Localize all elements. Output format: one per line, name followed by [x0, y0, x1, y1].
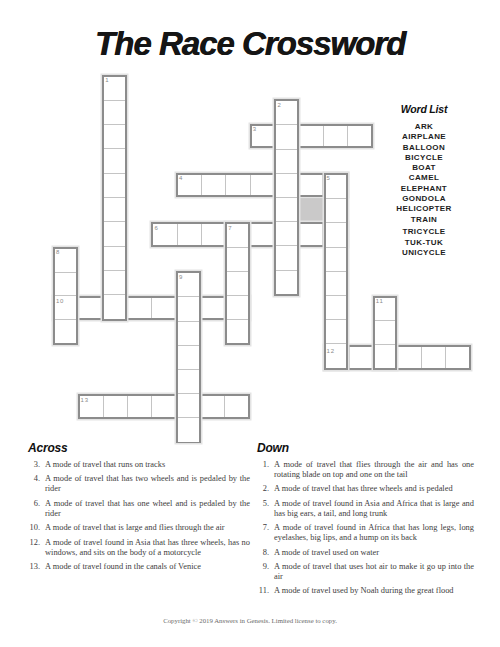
across-clue-list: 3.A mode of travel that runs on tracks4.… — [27, 460, 250, 572]
grid-cell[interactable] — [227, 248, 248, 272]
clue-text: A mode of travel that has two wheels and… — [45, 474, 250, 494]
grid-cell[interactable] — [299, 224, 323, 245]
grid-cell[interactable] — [350, 347, 374, 368]
cell-number-4: 4 — [179, 175, 183, 181]
clue-number: 4. — [27, 474, 40, 494]
clue-number: 11. — [256, 586, 269, 596]
clue-text: A mode of travel found in the canals of … — [45, 562, 250, 572]
grid-cell[interactable] — [152, 396, 176, 417]
clue-item: 3.A mode of travel that runs on tracks — [27, 460, 250, 470]
clue-text: A mode of travel found in Asia that has … — [45, 538, 250, 558]
cell-number-1: 1 — [105, 77, 109, 83]
clue-number: 7. — [256, 523, 269, 543]
grid-cell[interactable] — [276, 150, 297, 174]
grid-cell[interactable] — [226, 175, 250, 196]
word-list-header: Word List — [374, 103, 474, 115]
cell-number-2: 2 — [277, 102, 281, 108]
grid-cell[interactable] — [178, 297, 199, 321]
clue-number: 10. — [27, 523, 40, 533]
grid-cell[interactable] — [299, 175, 323, 196]
grid-cell[interactable] — [375, 321, 396, 345]
down-header: Down — [257, 442, 474, 455]
grid-cell[interactable] — [250, 224, 274, 245]
grid-cell[interactable] — [55, 320, 76, 343]
clue-item: 8.A mode of travel used on water — [256, 548, 474, 558]
entry-9-down — [176, 271, 201, 443]
grid-cell[interactable] — [326, 223, 347, 247]
word-list-item: TRICYCLE — [374, 227, 474, 237]
grid-cell[interactable] — [227, 296, 248, 320]
grid-cell[interactable] — [104, 222, 125, 246]
grid-cell[interactable] — [324, 126, 348, 147]
grid-cell[interactable] — [79, 298, 103, 319]
word-list-item: CAMEL — [374, 173, 474, 183]
word-list-items: ARKAIRPLANEBALLOONBICYCLEBOATCAMELELEPHA… — [374, 122, 474, 258]
grid-cell[interactable] — [104, 125, 125, 149]
clue-item: 12.A mode of travel found in Asia that h… — [27, 538, 250, 558]
cell-number-11: 11 — [376, 298, 384, 304]
grid-cell[interactable] — [104, 198, 125, 222]
clue-text: A mode of travel that uses hot air to ma… — [274, 562, 474, 582]
grid-cell[interactable] — [104, 271, 125, 295]
cell-number-8: 8 — [56, 249, 60, 255]
clue-item: 7.A mode of travel found in Africa that … — [256, 523, 474, 543]
grid-cell[interactable] — [200, 396, 224, 417]
grid-cell[interactable] — [202, 224, 226, 245]
grid-cell[interactable] — [178, 418, 199, 441]
grid-cell[interactable] — [104, 174, 125, 198]
clue-text: A mode of travel that has one wheel and … — [45, 499, 250, 519]
cell-number-7: 7 — [228, 225, 232, 231]
clue-item: 10.A mode of travel that is large and fl… — [27, 523, 250, 533]
clue-number: 9. — [256, 562, 269, 582]
clue-item: 9.A mode of travel that uses hot air to … — [256, 562, 474, 582]
grid-cell[interactable] — [348, 126, 371, 147]
grid-cell[interactable] — [200, 298, 224, 319]
clue-item: 11.A mode of travel used by Noah during … — [256, 586, 474, 596]
grid-cell[interactable] — [152, 298, 176, 319]
word-list-item: BICYCLE — [374, 153, 474, 163]
grid-cell[interactable] — [227, 272, 248, 296]
cell-number-5: 5 — [327, 175, 331, 181]
entry-5-down — [324, 173, 349, 370]
grid-cell[interactable] — [104, 149, 125, 173]
grid-cell[interactable] — [178, 394, 199, 418]
grid-cell[interactable] — [104, 396, 128, 417]
cell-number-9: 9 — [179, 274, 183, 280]
entry-8-down — [53, 247, 78, 345]
grid-cell[interactable] — [202, 175, 226, 196]
cell-number-6: 6 — [154, 225, 158, 231]
grid-cell[interactable] — [178, 346, 199, 370]
clue-text: A mode of travel that flies through the … — [274, 460, 474, 480]
grid-cell[interactable] — [104, 101, 125, 125]
grid-cell[interactable] — [326, 248, 347, 272]
word-list-item: GONDOLA — [374, 194, 474, 204]
entry-11-down — [373, 296, 398, 370]
grid-cell[interactable] — [446, 347, 469, 368]
grid-cell[interactable] — [422, 347, 446, 368]
entry-7-down — [225, 222, 250, 345]
clue-number: 12. — [27, 538, 40, 558]
word-list-item: TUK-TUK — [374, 238, 474, 248]
grid-cell[interactable] — [326, 199, 347, 223]
clue-item: 1.A mode of travel that flies through th… — [256, 460, 474, 480]
grid-cell[interactable] — [225, 396, 248, 417]
grid-cell[interactable] — [326, 296, 347, 320]
entry-3-across — [250, 124, 373, 149]
copyright-footer: Copyright © 2019 Answers in Genesis. Lim… — [0, 617, 500, 625]
grid-cell[interactable] — [326, 272, 347, 296]
cell-number-13: 13 — [81, 397, 89, 403]
grid-cell[interactable] — [276, 222, 297, 246]
clue-text: A mode of travel that runs on tracks — [45, 460, 250, 470]
clue-number: 1. — [256, 460, 269, 480]
entry-13-across — [78, 394, 250, 419]
down-clue-list: 1.A mode of travel that flies through th… — [256, 460, 474, 596]
across-header: Across — [28, 442, 250, 455]
clue-number: 2. — [256, 484, 269, 494]
grid-cell[interactable] — [55, 273, 76, 297]
clue-number: 5. — [256, 499, 269, 519]
grid-cell[interactable] — [375, 345, 396, 368]
word-list-item: BOAT — [374, 163, 474, 173]
clue-item: 6.A mode of travel that has one wheel an… — [27, 499, 250, 519]
grid-cell[interactable] — [276, 198, 297, 222]
clue-number: 6. — [27, 499, 40, 519]
clue-number: 3. — [27, 460, 40, 470]
entry-1-down — [102, 75, 127, 321]
entry-2-down — [274, 99, 299, 296]
grid-cell[interactable] — [104, 295, 125, 318]
word-list-item: BALLOON — [374, 143, 474, 153]
clue-text: A mode of travel found in Asia and Afric… — [274, 499, 474, 519]
clue-item: 4.A mode of travel that has two wheels a… — [27, 474, 250, 494]
grid-cell[interactable] — [178, 224, 202, 245]
across-clues-section: Across 3.A mode of travel that runs on t… — [27, 442, 250, 576]
shaded-cell — [299, 198, 324, 223]
clue-item: 2.A mode of travel that has three wheels… — [256, 484, 474, 494]
grid-cell[interactable] — [104, 247, 125, 271]
clue-text: A mode of travel found in Africa that ha… — [274, 523, 474, 543]
clue-number: 13. — [27, 562, 40, 572]
grid-cell[interactable] — [128, 298, 152, 319]
entry-10-across — [53, 296, 250, 321]
grid-cell[interactable] — [300, 126, 324, 147]
word-list-item: AIRPLANE — [374, 132, 474, 142]
clue-text: A mode of travel used by Noah during the… — [274, 586, 474, 596]
grid-cell[interactable] — [178, 322, 199, 346]
grid-cell[interactable] — [276, 246, 297, 270]
clue-item: 5.A mode of travel found in Asia and Afr… — [256, 499, 474, 519]
cell-number-12: 12 — [327, 348, 335, 354]
grid-cell[interactable] — [398, 347, 422, 368]
word-list-item: ELEPHANT — [374, 184, 474, 194]
grid-cell[interactable] — [178, 370, 199, 394]
word-list-item: TRAIN — [374, 215, 474, 225]
clue-text: A mode of travel that has three wheels a… — [274, 484, 474, 494]
clue-text: A mode of travel used on water — [274, 548, 474, 558]
cell-number-3: 3 — [253, 126, 257, 132]
grid-cell[interactable] — [276, 271, 297, 294]
entry-4-across — [176, 173, 348, 198]
clue-item: 13.A mode of travel found in the canals … — [27, 562, 250, 572]
cell-number-10: 10 — [56, 298, 64, 304]
word-list: Word List ARKAIRPLANEBALLOONBICYCLEBOATC… — [374, 103, 474, 258]
grid-cell[interactable] — [128, 396, 152, 417]
grid-cell[interactable] — [251, 175, 275, 196]
grid-cell[interactable] — [276, 174, 297, 198]
grid-cell[interactable] — [326, 320, 347, 344]
entry-6-across — [151, 222, 348, 247]
down-clues-section: Down 1.A mode of travel that flies throu… — [256, 442, 474, 601]
clue-number: 8. — [256, 548, 269, 558]
grid-cell[interactable] — [227, 320, 248, 343]
word-list-item: ARK — [374, 122, 474, 132]
grid-cell[interactable] — [276, 125, 297, 149]
word-list-item: UNICYCLE — [374, 248, 474, 258]
word-list-item: HELICOPTER — [374, 204, 474, 214]
clue-text: A mode of travel that is large and flies… — [45, 523, 250, 533]
